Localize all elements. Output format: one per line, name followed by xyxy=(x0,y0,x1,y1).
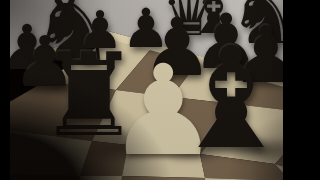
right-letterbox-bar xyxy=(283,0,320,180)
photo-frame: ♞♟♟♛♝♟♟♞♟♟♟♜♟♝ xyxy=(0,0,320,180)
chess-photo: ♞♟♟♛♝♟♟♞♟♟♟♜♟♝ xyxy=(0,0,320,180)
black-bishop: ♝ xyxy=(168,29,294,169)
left-letterbox-bar xyxy=(0,0,10,180)
